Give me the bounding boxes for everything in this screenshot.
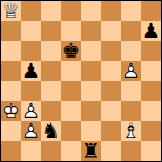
square-a8[interactable]: ♛♕ [1, 1, 21, 21]
square-e6[interactable] [81, 41, 101, 61]
black-king[interactable]: ♚ [61, 41, 81, 61]
square-c2[interactable]: ♞ [41, 121, 61, 141]
piece-outline-glyph: ♔ [1, 101, 21, 121]
square-b1[interactable] [21, 141, 41, 161]
square-g2[interactable]: ♝♗ [121, 121, 141, 141]
white-pawn[interactable]: ♟♙ [121, 61, 141, 81]
square-f7[interactable] [101, 21, 121, 41]
piece-outline-glyph: ♙ [121, 61, 141, 81]
square-c4[interactable] [41, 81, 61, 101]
square-b8[interactable] [21, 1, 41, 21]
square-b4[interactable] [21, 81, 41, 101]
square-d8[interactable] [61, 1, 81, 21]
square-a7[interactable] [1, 21, 21, 41]
square-e5[interactable] [81, 61, 101, 81]
square-c1[interactable] [41, 141, 61, 161]
square-d7[interactable] [61, 21, 81, 41]
piece-glyph: ♟ [21, 61, 41, 81]
square-a3[interactable]: ♚♔ [1, 101, 21, 121]
black-pawn[interactable]: ♟ [141, 21, 161, 41]
black-knight[interactable]: ♞ [41, 121, 61, 141]
square-g6[interactable] [121, 41, 141, 61]
square-c5[interactable] [41, 61, 61, 81]
white-king[interactable]: ♚♔ [1, 101, 21, 121]
square-c7[interactable] [41, 21, 61, 41]
chess-board: ♛♕♟♚♟♟♙♚♔♟♙♟♙♞♝♗♜ [0, 0, 162, 162]
square-f8[interactable] [101, 1, 121, 21]
square-f2[interactable] [101, 121, 121, 141]
square-d6[interactable]: ♚ [61, 41, 81, 61]
square-h2[interactable] [141, 121, 161, 141]
square-e4[interactable] [81, 81, 101, 101]
square-a1[interactable] [1, 141, 21, 161]
square-h4[interactable] [141, 81, 161, 101]
square-a5[interactable] [1, 61, 21, 81]
square-a2[interactable] [1, 121, 21, 141]
square-f6[interactable] [101, 41, 121, 61]
square-d4[interactable] [61, 81, 81, 101]
square-e2[interactable] [81, 121, 101, 141]
square-d3[interactable] [61, 101, 81, 121]
piece-outline-glyph: ♗ [121, 121, 141, 141]
square-f3[interactable] [101, 101, 121, 121]
white-bishop[interactable]: ♝♗ [121, 121, 141, 141]
square-e7[interactable] [81, 21, 101, 41]
square-f5[interactable] [101, 61, 121, 81]
square-f1[interactable] [101, 141, 121, 161]
square-c8[interactable] [41, 1, 61, 21]
square-h1[interactable] [141, 141, 161, 161]
square-g7[interactable] [121, 21, 141, 41]
square-h5[interactable] [141, 61, 161, 81]
square-b7[interactable] [21, 21, 41, 41]
square-h3[interactable] [141, 101, 161, 121]
piece-glyph: ♚ [61, 41, 81, 61]
square-e8[interactable] [81, 1, 101, 21]
square-g5[interactable]: ♟♙ [121, 61, 141, 81]
square-b5[interactable]: ♟ [21, 61, 41, 81]
square-g3[interactable] [121, 101, 141, 121]
square-b6[interactable] [21, 41, 41, 61]
white-pawn[interactable]: ♟♙ [21, 121, 41, 141]
piece-glyph: ♜ [81, 141, 101, 161]
square-a6[interactable] [1, 41, 21, 61]
square-b2[interactable]: ♟♙ [21, 121, 41, 141]
black-rook[interactable]: ♜ [81, 141, 101, 161]
square-h6[interactable] [141, 41, 161, 61]
square-c3[interactable] [41, 101, 61, 121]
square-h7[interactable]: ♟ [141, 21, 161, 41]
piece-outline-glyph: ♙ [21, 101, 41, 121]
piece-glyph: ♞ [41, 121, 61, 141]
square-e3[interactable] [81, 101, 101, 121]
square-g1[interactable] [121, 141, 141, 161]
square-d2[interactable] [61, 121, 81, 141]
white-queen[interactable]: ♛♕ [1, 1, 21, 21]
piece-outline-glyph: ♙ [21, 121, 41, 141]
black-pawn[interactable]: ♟ [21, 61, 41, 81]
square-g4[interactable] [121, 81, 141, 101]
piece-outline-glyph: ♕ [1, 1, 21, 21]
square-e1[interactable]: ♜ [81, 141, 101, 161]
square-d1[interactable] [61, 141, 81, 161]
square-h8[interactable] [141, 1, 161, 21]
square-b3[interactable]: ♟♙ [21, 101, 41, 121]
square-f4[interactable] [101, 81, 121, 101]
square-c6[interactable] [41, 41, 61, 61]
piece-glyph: ♟ [141, 21, 161, 41]
white-pawn[interactable]: ♟♙ [21, 101, 41, 121]
square-a4[interactable] [1, 81, 21, 101]
square-d5[interactable] [61, 61, 81, 81]
square-g8[interactable] [121, 1, 141, 21]
